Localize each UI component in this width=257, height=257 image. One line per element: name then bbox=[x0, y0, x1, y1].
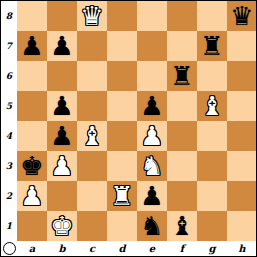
file-label-e: e bbox=[137, 241, 167, 256]
rank-label-6: 6 bbox=[1, 61, 17, 91]
square-a1[interactable] bbox=[17, 211, 47, 241]
square-b5[interactable]: ♟ bbox=[47, 91, 77, 121]
square-c2[interactable] bbox=[77, 181, 107, 211]
square-g7[interactable]: ♜ bbox=[197, 31, 227, 61]
square-d1[interactable] bbox=[107, 211, 137, 241]
piece-white-queen-c8[interactable]: ♛ bbox=[80, 1, 103, 31]
square-a6[interactable] bbox=[17, 61, 47, 91]
file-label-b: b bbox=[47, 241, 77, 256]
square-g5[interactable]: ♝ bbox=[197, 91, 227, 121]
square-e3[interactable]: ♞ bbox=[137, 151, 167, 181]
piece-white-pawn-e4[interactable]: ♟ bbox=[140, 121, 163, 151]
rank-label-1: 1 bbox=[1, 211, 17, 241]
square-e7[interactable] bbox=[137, 31, 167, 61]
square-d3[interactable] bbox=[107, 151, 137, 181]
piece-black-pawn-a7[interactable]: ♟ bbox=[20, 31, 43, 61]
square-h4[interactable] bbox=[227, 121, 257, 151]
square-a5[interactable] bbox=[17, 91, 47, 121]
file-labels: abcdefgh bbox=[17, 241, 257, 256]
white-to-move-indicator bbox=[3, 242, 16, 255]
rank-label-3: 3 bbox=[1, 151, 17, 181]
square-d2[interactable]: ♜ bbox=[107, 181, 137, 211]
square-h7[interactable] bbox=[227, 31, 257, 61]
square-h8[interactable]: ♛ bbox=[227, 1, 257, 31]
square-e1[interactable]: ♞ bbox=[137, 211, 167, 241]
square-f3[interactable] bbox=[167, 151, 197, 181]
square-f7[interactable] bbox=[167, 31, 197, 61]
file-label-g: g bbox=[197, 241, 227, 256]
chess-diagram: 87654321 ♛♛♟♟♜♜♟♟♝♟♝♟♚♟♞♟♜♟♚♞♝ abcdefgh bbox=[0, 0, 257, 257]
piece-white-rook-d2[interactable]: ♜ bbox=[110, 181, 133, 211]
square-d4[interactable] bbox=[107, 121, 137, 151]
square-b1[interactable]: ♚ bbox=[47, 211, 77, 241]
square-b7[interactable]: ♟ bbox=[47, 31, 77, 61]
square-h6[interactable] bbox=[227, 61, 257, 91]
rank-label-7: 7 bbox=[1, 31, 17, 61]
piece-white-bishop-c4[interactable]: ♝ bbox=[80, 121, 103, 151]
square-c3[interactable] bbox=[77, 151, 107, 181]
piece-white-king-b1[interactable]: ♚ bbox=[50, 211, 73, 241]
square-e8[interactable] bbox=[137, 1, 167, 31]
square-c6[interactable] bbox=[77, 61, 107, 91]
piece-black-rook-f6[interactable]: ♜ bbox=[170, 61, 193, 91]
square-g3[interactable] bbox=[197, 151, 227, 181]
piece-white-pawn-a2[interactable]: ♟ bbox=[20, 181, 43, 211]
piece-black-king-a3[interactable]: ♚ bbox=[20, 151, 43, 181]
piece-white-pawn-b3[interactable]: ♟ bbox=[50, 151, 73, 181]
square-b3[interactable]: ♟ bbox=[47, 151, 77, 181]
piece-black-bishop-f1[interactable]: ♝ bbox=[170, 211, 193, 241]
square-e6[interactable] bbox=[137, 61, 167, 91]
square-d5[interactable] bbox=[107, 91, 137, 121]
square-f2[interactable] bbox=[167, 181, 197, 211]
chess-board[interactable]: ♛♛♟♟♜♜♟♟♝♟♝♟♚♟♞♟♜♟♚♞♝ bbox=[17, 1, 257, 241]
square-a7[interactable]: ♟ bbox=[17, 31, 47, 61]
piece-white-bishop-g5[interactable]: ♝ bbox=[200, 91, 223, 121]
square-f6[interactable]: ♜ bbox=[167, 61, 197, 91]
square-e4[interactable]: ♟ bbox=[137, 121, 167, 151]
square-d7[interactable] bbox=[107, 31, 137, 61]
square-a8[interactable] bbox=[17, 1, 47, 31]
rank-label-2: 2 bbox=[1, 181, 17, 211]
piece-white-knight-e3[interactable]: ♞ bbox=[140, 151, 163, 181]
square-c4[interactable]: ♝ bbox=[77, 121, 107, 151]
square-g4[interactable] bbox=[197, 121, 227, 151]
square-h3[interactable] bbox=[227, 151, 257, 181]
square-g2[interactable] bbox=[197, 181, 227, 211]
piece-black-rook-g7[interactable]: ♜ bbox=[200, 31, 223, 61]
square-c5[interactable] bbox=[77, 91, 107, 121]
rank-label-4: 4 bbox=[1, 121, 17, 151]
square-f8[interactable] bbox=[167, 1, 197, 31]
square-g8[interactable] bbox=[197, 1, 227, 31]
square-h1[interactable] bbox=[227, 211, 257, 241]
piece-black-pawn-e5[interactable]: ♟ bbox=[140, 91, 163, 121]
square-g6[interactable] bbox=[197, 61, 227, 91]
square-b4[interactable]: ♟ bbox=[47, 121, 77, 151]
square-f1[interactable]: ♝ bbox=[167, 211, 197, 241]
rank-label-8: 8 bbox=[1, 1, 17, 31]
square-c7[interactable] bbox=[77, 31, 107, 61]
square-f5[interactable] bbox=[167, 91, 197, 121]
square-c8[interactable]: ♛ bbox=[77, 1, 107, 31]
square-d8[interactable] bbox=[107, 1, 137, 31]
square-b2[interactable] bbox=[47, 181, 77, 211]
piece-black-knight-e1[interactable]: ♞ bbox=[140, 211, 163, 241]
piece-black-pawn-b4[interactable]: ♟ bbox=[50, 121, 73, 151]
square-b6[interactable] bbox=[47, 61, 77, 91]
square-e2[interactable]: ♟ bbox=[137, 181, 167, 211]
file-label-f: f bbox=[167, 241, 197, 256]
piece-black-pawn-b7[interactable]: ♟ bbox=[50, 31, 73, 61]
square-h5[interactable] bbox=[227, 91, 257, 121]
piece-black-queen-h8[interactable]: ♛ bbox=[230, 1, 253, 31]
square-g1[interactable] bbox=[197, 211, 227, 241]
square-h2[interactable] bbox=[227, 181, 257, 211]
square-a3[interactable]: ♚ bbox=[17, 151, 47, 181]
board-corner bbox=[1, 241, 17, 256]
file-label-h: h bbox=[227, 241, 257, 256]
square-c1[interactable] bbox=[77, 211, 107, 241]
file-label-c: c bbox=[77, 241, 107, 256]
square-e5[interactable]: ♟ bbox=[137, 91, 167, 121]
rank-label-5: 5 bbox=[1, 91, 17, 121]
piece-black-pawn-e2[interactable]: ♟ bbox=[140, 181, 163, 211]
square-a4[interactable] bbox=[17, 121, 47, 151]
square-f4[interactable] bbox=[167, 121, 197, 151]
square-b8[interactable] bbox=[47, 1, 77, 31]
square-a2[interactable]: ♟ bbox=[17, 181, 47, 211]
file-label-d: d bbox=[107, 241, 137, 256]
rank-labels: 87654321 bbox=[1, 1, 17, 241]
square-d6[interactable] bbox=[107, 61, 137, 91]
file-label-a: a bbox=[17, 241, 47, 256]
piece-black-pawn-b5[interactable]: ♟ bbox=[50, 91, 73, 121]
